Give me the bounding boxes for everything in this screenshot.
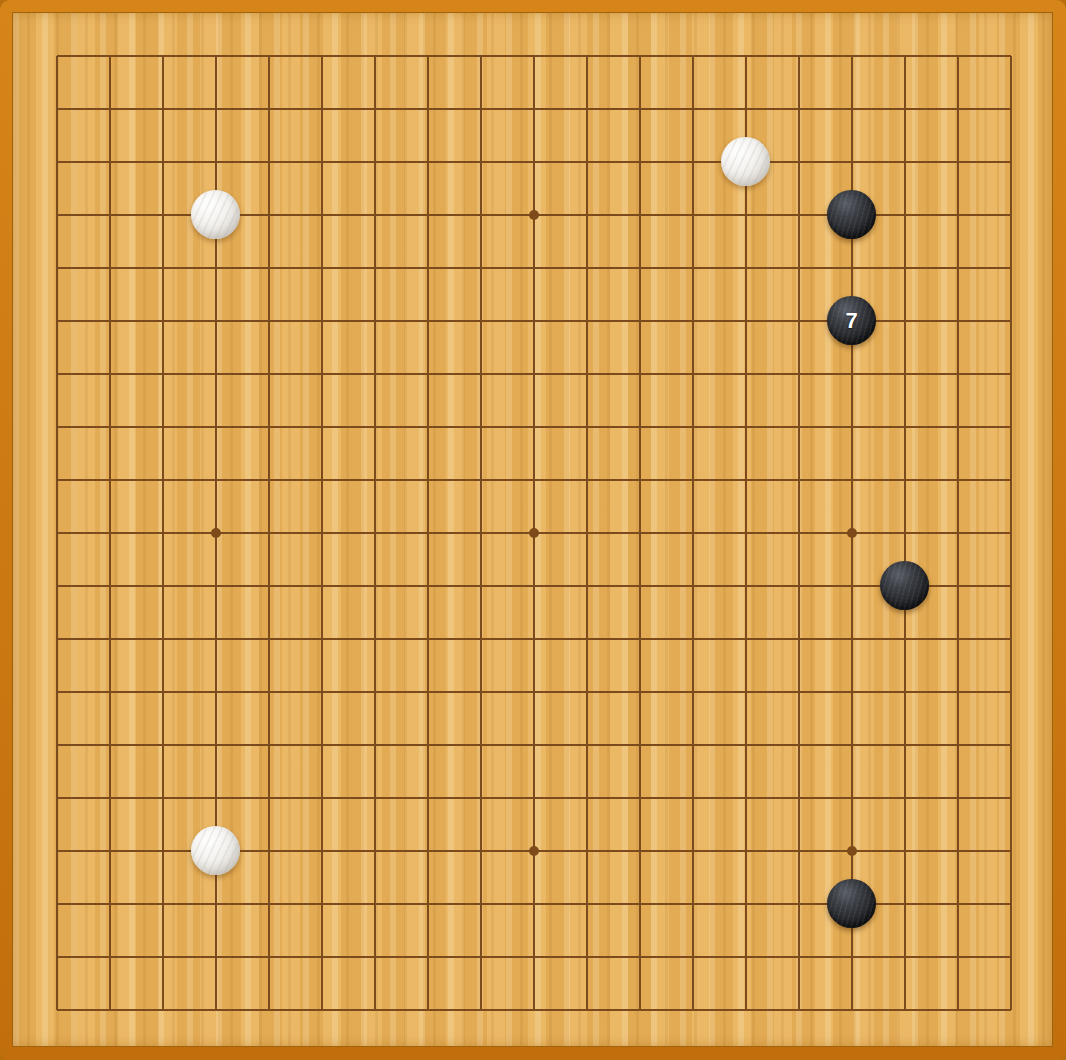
intersection-A15[interactable] — [30, 241, 83, 294]
intersection-E12[interactable] — [242, 400, 295, 453]
intersection-Q11[interactable] — [825, 453, 878, 506]
intersection-Q14[interactable]: 7 — [825, 294, 878, 347]
intersection-H18[interactable] — [401, 82, 454, 135]
intersection-F5[interactable] — [295, 771, 348, 824]
intersection-F9[interactable] — [295, 559, 348, 612]
intersection-M14[interactable] — [613, 294, 666, 347]
intersection-P4[interactable] — [772, 824, 825, 877]
intersection-O7[interactable] — [719, 665, 772, 718]
intersection-N15[interactable] — [666, 241, 719, 294]
intersection-N7[interactable] — [666, 665, 719, 718]
intersection-B15[interactable] — [83, 241, 136, 294]
intersection-M9[interactable] — [613, 559, 666, 612]
intersection-A8[interactable] — [30, 612, 83, 665]
intersection-K2[interactable] — [507, 930, 560, 983]
intersection-M4[interactable] — [613, 824, 666, 877]
intersection-Q7[interactable] — [825, 665, 878, 718]
intersection-Q19[interactable] — [825, 29, 878, 82]
intersection-F12[interactable] — [295, 400, 348, 453]
intersection-L18[interactable] — [560, 82, 613, 135]
intersection-E19[interactable] — [242, 29, 295, 82]
intersection-S6[interactable] — [931, 718, 984, 771]
intersection-R12[interactable] — [878, 400, 931, 453]
intersection-G16[interactable] — [348, 188, 401, 241]
intersection-N6[interactable] — [666, 718, 719, 771]
intersection-M7[interactable] — [613, 665, 666, 718]
intersection-G4[interactable] — [348, 824, 401, 877]
intersection-R14[interactable] — [878, 294, 931, 347]
intersection-K1[interactable] — [507, 983, 560, 1036]
intersection-J6[interactable] — [454, 718, 507, 771]
intersection-A14[interactable] — [30, 294, 83, 347]
intersection-Q3[interactable] — [825, 877, 878, 930]
intersection-C16[interactable] — [136, 188, 189, 241]
intersection-M17[interactable] — [613, 135, 666, 188]
intersection-Q12[interactable] — [825, 400, 878, 453]
intersection-E17[interactable] — [242, 135, 295, 188]
intersection-T11[interactable] — [984, 453, 1037, 506]
intersection-H1[interactable] — [401, 983, 454, 1036]
intersection-M18[interactable] — [613, 82, 666, 135]
intersection-N3[interactable] — [666, 877, 719, 930]
intersection-D13[interactable] — [189, 347, 242, 400]
intersection-L19[interactable] — [560, 29, 613, 82]
intersection-O9[interactable] — [719, 559, 772, 612]
intersection-S5[interactable] — [931, 771, 984, 824]
intersection-F10[interactable] — [295, 506, 348, 559]
intersection-S12[interactable] — [931, 400, 984, 453]
intersection-B3[interactable] — [83, 877, 136, 930]
intersection-G18[interactable] — [348, 82, 401, 135]
intersection-M15[interactable] — [613, 241, 666, 294]
intersection-R4[interactable] — [878, 824, 931, 877]
intersection-H9[interactable] — [401, 559, 454, 612]
intersection-A3[interactable] — [30, 877, 83, 930]
intersection-C2[interactable] — [136, 930, 189, 983]
intersection-K6[interactable] — [507, 718, 560, 771]
intersection-O14[interactable] — [719, 294, 772, 347]
intersection-P10[interactable] — [772, 506, 825, 559]
intersection-D9[interactable] — [189, 559, 242, 612]
intersection-C8[interactable] — [136, 612, 189, 665]
intersection-S7[interactable] — [931, 665, 984, 718]
intersection-N10[interactable] — [666, 506, 719, 559]
intersection-D18[interactable] — [189, 82, 242, 135]
intersection-Q5[interactable] — [825, 771, 878, 824]
intersection-T3[interactable] — [984, 877, 1037, 930]
intersection-T5[interactable] — [984, 771, 1037, 824]
intersection-T15[interactable] — [984, 241, 1037, 294]
intersection-M5[interactable] — [613, 771, 666, 824]
intersection-G14[interactable] — [348, 294, 401, 347]
intersection-F2[interactable] — [295, 930, 348, 983]
intersection-R5[interactable] — [878, 771, 931, 824]
intersection-J9[interactable] — [454, 559, 507, 612]
intersection-E14[interactable] — [242, 294, 295, 347]
intersection-O16[interactable] — [719, 188, 772, 241]
intersection-Q17[interactable] — [825, 135, 878, 188]
intersection-F19[interactable] — [295, 29, 348, 82]
intersection-H11[interactable] — [401, 453, 454, 506]
intersection-H10[interactable] — [401, 506, 454, 559]
intersection-R15[interactable] — [878, 241, 931, 294]
intersection-N14[interactable] — [666, 294, 719, 347]
go-board[interactable]: 7 — [12, 12, 1053, 1047]
intersection-D4[interactable] — [189, 824, 242, 877]
intersection-S14[interactable] — [931, 294, 984, 347]
intersection-E15[interactable] — [242, 241, 295, 294]
intersection-F7[interactable] — [295, 665, 348, 718]
intersection-G6[interactable] — [348, 718, 401, 771]
intersection-E6[interactable] — [242, 718, 295, 771]
intersection-Q9[interactable] — [825, 559, 878, 612]
intersection-F18[interactable] — [295, 82, 348, 135]
intersection-H4[interactable] — [401, 824, 454, 877]
intersection-A1[interactable] — [30, 983, 83, 1036]
intersection-G10[interactable] — [348, 506, 401, 559]
intersection-C11[interactable] — [136, 453, 189, 506]
intersection-A9[interactable] — [30, 559, 83, 612]
intersection-O19[interactable] — [719, 29, 772, 82]
intersection-O12[interactable] — [719, 400, 772, 453]
intersection-M19[interactable] — [613, 29, 666, 82]
intersection-C6[interactable] — [136, 718, 189, 771]
intersection-O15[interactable] — [719, 241, 772, 294]
intersection-B13[interactable] — [83, 347, 136, 400]
intersection-D10[interactable] — [189, 506, 242, 559]
intersection-E5[interactable] — [242, 771, 295, 824]
intersection-M11[interactable] — [613, 453, 666, 506]
intersection-N16[interactable] — [666, 188, 719, 241]
intersection-S3[interactable] — [931, 877, 984, 930]
intersection-G12[interactable] — [348, 400, 401, 453]
intersection-P6[interactable] — [772, 718, 825, 771]
intersection-M2[interactable] — [613, 930, 666, 983]
intersection-T16[interactable] — [984, 188, 1037, 241]
intersection-R19[interactable] — [878, 29, 931, 82]
intersection-L17[interactable] — [560, 135, 613, 188]
intersection-C17[interactable] — [136, 135, 189, 188]
intersection-J12[interactable] — [454, 400, 507, 453]
intersection-H16[interactable] — [401, 188, 454, 241]
intersection-T1[interactable] — [984, 983, 1037, 1036]
intersection-H14[interactable] — [401, 294, 454, 347]
intersection-F14[interactable] — [295, 294, 348, 347]
intersection-E13[interactable] — [242, 347, 295, 400]
intersection-D14[interactable] — [189, 294, 242, 347]
intersection-S1[interactable] — [931, 983, 984, 1036]
intersection-B4[interactable] — [83, 824, 136, 877]
intersection-K8[interactable] — [507, 612, 560, 665]
intersection-N5[interactable] — [666, 771, 719, 824]
intersection-F1[interactable] — [295, 983, 348, 1036]
intersection-M13[interactable] — [613, 347, 666, 400]
intersection-K12[interactable] — [507, 400, 560, 453]
intersection-O17[interactable] — [719, 135, 772, 188]
intersection-N8[interactable] — [666, 612, 719, 665]
intersection-T13[interactable] — [984, 347, 1037, 400]
intersection-R18[interactable] — [878, 82, 931, 135]
intersection-P1[interactable] — [772, 983, 825, 1036]
intersection-P2[interactable] — [772, 930, 825, 983]
intersection-A4[interactable] — [30, 824, 83, 877]
intersection-E1[interactable] — [242, 983, 295, 1036]
intersection-C18[interactable] — [136, 82, 189, 135]
intersection-O1[interactable] — [719, 983, 772, 1036]
intersection-T19[interactable] — [984, 29, 1037, 82]
intersection-P8[interactable] — [772, 612, 825, 665]
intersection-K18[interactable] — [507, 82, 560, 135]
intersection-L15[interactable] — [560, 241, 613, 294]
intersection-T7[interactable] — [984, 665, 1037, 718]
intersection-T6[interactable] — [984, 718, 1037, 771]
intersection-S4[interactable] — [931, 824, 984, 877]
intersection-E4[interactable] — [242, 824, 295, 877]
intersection-Q2[interactable] — [825, 930, 878, 983]
intersection-F8[interactable] — [295, 612, 348, 665]
intersection-R3[interactable] — [878, 877, 931, 930]
intersection-J13[interactable] — [454, 347, 507, 400]
intersection-B9[interactable] — [83, 559, 136, 612]
intersection-K9[interactable] — [507, 559, 560, 612]
intersection-B14[interactable] — [83, 294, 136, 347]
intersection-O4[interactable] — [719, 824, 772, 877]
intersection-G15[interactable] — [348, 241, 401, 294]
intersection-S18[interactable] — [931, 82, 984, 135]
intersection-N1[interactable] — [666, 983, 719, 1036]
intersection-T4[interactable] — [984, 824, 1037, 877]
intersection-H3[interactable] — [401, 877, 454, 930]
intersection-B16[interactable] — [83, 188, 136, 241]
intersection-M16[interactable] — [613, 188, 666, 241]
intersection-M10[interactable] — [613, 506, 666, 559]
intersection-S19[interactable] — [931, 29, 984, 82]
intersection-D12[interactable] — [189, 400, 242, 453]
intersection-N4[interactable] — [666, 824, 719, 877]
intersection-F3[interactable] — [295, 877, 348, 930]
intersection-N18[interactable] — [666, 82, 719, 135]
intersection-J1[interactable] — [454, 983, 507, 1036]
intersection-K19[interactable] — [507, 29, 560, 82]
intersection-E2[interactable] — [242, 930, 295, 983]
intersection-A6[interactable] — [30, 718, 83, 771]
intersection-E9[interactable] — [242, 559, 295, 612]
intersection-E8[interactable] — [242, 612, 295, 665]
intersection-A17[interactable] — [30, 135, 83, 188]
intersection-D15[interactable] — [189, 241, 242, 294]
intersection-C15[interactable] — [136, 241, 189, 294]
intersection-B10[interactable] — [83, 506, 136, 559]
intersection-R16[interactable] — [878, 188, 931, 241]
intersection-C1[interactable] — [136, 983, 189, 1036]
intersection-C14[interactable] — [136, 294, 189, 347]
intersection-T12[interactable] — [984, 400, 1037, 453]
intersection-N11[interactable] — [666, 453, 719, 506]
intersection-E16[interactable] — [242, 188, 295, 241]
intersection-Q13[interactable] — [825, 347, 878, 400]
intersection-J4[interactable] — [454, 824, 507, 877]
intersection-B2[interactable] — [83, 930, 136, 983]
intersection-H7[interactable] — [401, 665, 454, 718]
intersection-T10[interactable] — [984, 506, 1037, 559]
intersection-N12[interactable] — [666, 400, 719, 453]
intersection-H17[interactable] — [401, 135, 454, 188]
intersection-H15[interactable] — [401, 241, 454, 294]
intersection-R8[interactable] — [878, 612, 931, 665]
intersection-P18[interactable] — [772, 82, 825, 135]
intersection-Q8[interactable] — [825, 612, 878, 665]
intersection-F4[interactable] — [295, 824, 348, 877]
intersection-B1[interactable] — [83, 983, 136, 1036]
intersection-K11[interactable] — [507, 453, 560, 506]
intersection-R2[interactable] — [878, 930, 931, 983]
intersection-G7[interactable] — [348, 665, 401, 718]
intersection-J16[interactable] — [454, 188, 507, 241]
intersection-R9[interactable] — [878, 559, 931, 612]
intersection-D8[interactable] — [189, 612, 242, 665]
intersection-J7[interactable] — [454, 665, 507, 718]
intersection-O2[interactable] — [719, 930, 772, 983]
intersection-K16[interactable] — [507, 188, 560, 241]
intersection-L11[interactable] — [560, 453, 613, 506]
intersection-A10[interactable] — [30, 506, 83, 559]
intersection-N17[interactable] — [666, 135, 719, 188]
intersection-T9[interactable] — [984, 559, 1037, 612]
intersection-M8[interactable] — [613, 612, 666, 665]
intersection-K13[interactable] — [507, 347, 560, 400]
intersection-L3[interactable] — [560, 877, 613, 930]
intersection-A18[interactable] — [30, 82, 83, 135]
intersection-A19[interactable] — [30, 29, 83, 82]
intersection-L1[interactable] — [560, 983, 613, 1036]
intersection-J8[interactable] — [454, 612, 507, 665]
intersection-C19[interactable] — [136, 29, 189, 82]
intersection-A7[interactable] — [30, 665, 83, 718]
intersection-B5[interactable] — [83, 771, 136, 824]
intersection-G17[interactable] — [348, 135, 401, 188]
intersection-D5[interactable] — [189, 771, 242, 824]
intersection-H6[interactable] — [401, 718, 454, 771]
intersection-R13[interactable] — [878, 347, 931, 400]
intersection-A12[interactable] — [30, 400, 83, 453]
intersection-S15[interactable] — [931, 241, 984, 294]
intersection-L5[interactable] — [560, 771, 613, 824]
intersection-T8[interactable] — [984, 612, 1037, 665]
intersection-N13[interactable] — [666, 347, 719, 400]
intersection-D16[interactable] — [189, 188, 242, 241]
intersection-L4[interactable] — [560, 824, 613, 877]
intersection-F11[interactable] — [295, 453, 348, 506]
intersection-P12[interactable] — [772, 400, 825, 453]
intersection-G3[interactable] — [348, 877, 401, 930]
intersection-P3[interactable] — [772, 877, 825, 930]
intersection-P16[interactable] — [772, 188, 825, 241]
intersection-O10[interactable] — [719, 506, 772, 559]
intersection-R1[interactable] — [878, 983, 931, 1036]
intersection-B17[interactable] — [83, 135, 136, 188]
intersection-F13[interactable] — [295, 347, 348, 400]
intersection-Q16[interactable] — [825, 188, 878, 241]
intersection-E7[interactable] — [242, 665, 295, 718]
intersection-P13[interactable] — [772, 347, 825, 400]
intersection-K10[interactable] — [507, 506, 560, 559]
intersection-D2[interactable] — [189, 930, 242, 983]
intersection-C13[interactable] — [136, 347, 189, 400]
intersection-J2[interactable] — [454, 930, 507, 983]
intersection-L14[interactable] — [560, 294, 613, 347]
intersection-P15[interactable] — [772, 241, 825, 294]
intersection-J10[interactable] — [454, 506, 507, 559]
intersection-O8[interactable] — [719, 612, 772, 665]
intersection-L10[interactable] — [560, 506, 613, 559]
intersection-S9[interactable] — [931, 559, 984, 612]
intersection-B12[interactable] — [83, 400, 136, 453]
intersection-F16[interactable] — [295, 188, 348, 241]
intersection-D3[interactable] — [189, 877, 242, 930]
intersection-C12[interactable] — [136, 400, 189, 453]
intersection-E11[interactable] — [242, 453, 295, 506]
intersection-G9[interactable] — [348, 559, 401, 612]
intersection-K4[interactable] — [507, 824, 560, 877]
intersection-S2[interactable] — [931, 930, 984, 983]
intersection-H19[interactable] — [401, 29, 454, 82]
intersection-O18[interactable] — [719, 82, 772, 135]
intersection-H2[interactable] — [401, 930, 454, 983]
intersection-F6[interactable] — [295, 718, 348, 771]
intersection-P11[interactable] — [772, 453, 825, 506]
intersection-O11[interactable] — [719, 453, 772, 506]
intersection-F17[interactable] — [295, 135, 348, 188]
intersection-B18[interactable] — [83, 82, 136, 135]
intersection-T14[interactable] — [984, 294, 1037, 347]
intersection-B6[interactable] — [83, 718, 136, 771]
intersection-Q18[interactable] — [825, 82, 878, 135]
intersection-L8[interactable] — [560, 612, 613, 665]
intersection-G5[interactable] — [348, 771, 401, 824]
intersection-H13[interactable] — [401, 347, 454, 400]
intersection-M3[interactable] — [613, 877, 666, 930]
intersection-H8[interactable] — [401, 612, 454, 665]
intersection-T2[interactable] — [984, 930, 1037, 983]
intersection-O5[interactable] — [719, 771, 772, 824]
intersection-M1[interactable] — [613, 983, 666, 1036]
intersection-S13[interactable] — [931, 347, 984, 400]
intersection-D1[interactable] — [189, 983, 242, 1036]
intersection-K17[interactable] — [507, 135, 560, 188]
intersection-R7[interactable] — [878, 665, 931, 718]
intersection-R10[interactable] — [878, 506, 931, 559]
intersection-D19[interactable] — [189, 29, 242, 82]
intersection-P17[interactable] — [772, 135, 825, 188]
intersection-A5[interactable] — [30, 771, 83, 824]
intersection-S17[interactable] — [931, 135, 984, 188]
intersection-A13[interactable] — [30, 347, 83, 400]
intersection-R11[interactable] — [878, 453, 931, 506]
intersection-G13[interactable] — [348, 347, 401, 400]
intersection-L9[interactable] — [560, 559, 613, 612]
intersection-A16[interactable] — [30, 188, 83, 241]
intersection-Q6[interactable] — [825, 718, 878, 771]
intersection-K5[interactable] — [507, 771, 560, 824]
intersection-R17[interactable] — [878, 135, 931, 188]
intersection-P14[interactable] — [772, 294, 825, 347]
intersection-J15[interactable] — [454, 241, 507, 294]
intersection-G8[interactable] — [348, 612, 401, 665]
intersection-H5[interactable] — [401, 771, 454, 824]
intersection-P7[interactable] — [772, 665, 825, 718]
intersection-D7[interactable] — [189, 665, 242, 718]
intersection-M6[interactable] — [613, 718, 666, 771]
